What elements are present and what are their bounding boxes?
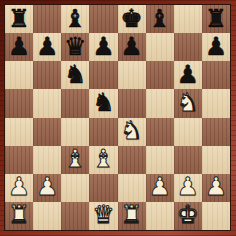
square-c3[interactable]: ♝ <box>61 146 89 174</box>
square-b5[interactable] <box>33 89 61 117</box>
square-h5[interactable] <box>202 89 230 117</box>
square-a2[interactable]: ♟ <box>5 174 33 202</box>
square-d8[interactable] <box>89 5 117 33</box>
square-f6[interactable] <box>146 61 174 89</box>
chess-board: ♜♝♚♝♜♟♟♛♟♟♟♞♟♞♞♞♝♝♟♟♟♟♟♜♛♜♚ <box>4 4 231 231</box>
square-a5[interactable] <box>5 89 33 117</box>
piece-black-knight: ♞ <box>92 90 114 115</box>
square-b7[interactable]: ♟ <box>33 33 61 61</box>
square-c6[interactable]: ♞ <box>61 61 89 89</box>
piece-white-bishop: ♝ <box>92 146 114 171</box>
piece-white-rook: ♜ <box>8 202 30 227</box>
square-c8[interactable]: ♝ <box>61 5 89 33</box>
square-d2[interactable] <box>89 174 117 202</box>
square-a1[interactable]: ♜ <box>5 202 33 230</box>
square-h6[interactable] <box>202 61 230 89</box>
square-c4[interactable] <box>61 118 89 146</box>
square-e1[interactable]: ♜ <box>118 202 146 230</box>
square-g6[interactable]: ♟ <box>174 61 202 89</box>
square-e4[interactable]: ♞ <box>118 118 146 146</box>
square-h2[interactable]: ♟ <box>202 174 230 202</box>
piece-white-pawn: ♟ <box>148 174 170 199</box>
square-h1[interactable] <box>202 202 230 230</box>
square-c1[interactable] <box>61 202 89 230</box>
square-h8[interactable]: ♜ <box>202 5 230 33</box>
piece-white-pawn: ♟ <box>36 174 58 199</box>
square-c7[interactable]: ♛ <box>61 33 89 61</box>
square-d6[interactable] <box>89 61 117 89</box>
square-f5[interactable] <box>146 89 174 117</box>
square-g5[interactable]: ♞ <box>174 89 202 117</box>
piece-white-knight: ♞ <box>177 90 199 115</box>
square-e5[interactable] <box>118 89 146 117</box>
square-b8[interactable] <box>33 5 61 33</box>
square-f4[interactable] <box>146 118 174 146</box>
piece-black-queen: ♛ <box>64 34 86 59</box>
square-g3[interactable] <box>174 146 202 174</box>
piece-black-pawn: ♟ <box>8 34 30 59</box>
piece-black-knight: ♞ <box>64 62 86 87</box>
square-e7[interactable]: ♟ <box>118 33 146 61</box>
piece-white-king: ♚ <box>177 202 199 227</box>
square-f8[interactable]: ♝ <box>146 5 174 33</box>
board-frame: ♜♝♚♝♜♟♟♛♟♟♟♞♟♞♞♞♝♝♟♟♟♟♟♜♛♜♚ <box>0 0 236 236</box>
square-a3[interactable] <box>5 146 33 174</box>
piece-black-rook: ♜ <box>8 6 30 31</box>
piece-black-bishop: ♝ <box>64 6 86 31</box>
square-b1[interactable] <box>33 202 61 230</box>
square-h3[interactable] <box>202 146 230 174</box>
piece-black-rook: ♜ <box>205 6 227 31</box>
square-d4[interactable] <box>89 118 117 146</box>
square-g2[interactable]: ♟ <box>174 174 202 202</box>
square-g8[interactable] <box>174 5 202 33</box>
square-b6[interactable] <box>33 61 61 89</box>
piece-black-pawn: ♟ <box>177 62 199 87</box>
piece-black-pawn: ♟ <box>36 34 58 59</box>
square-d1[interactable]: ♛ <box>89 202 117 230</box>
square-g4[interactable] <box>174 118 202 146</box>
piece-black-king: ♚ <box>120 6 142 31</box>
square-e3[interactable] <box>118 146 146 174</box>
square-g7[interactable] <box>174 33 202 61</box>
piece-white-queen: ♛ <box>92 202 114 227</box>
square-f3[interactable] <box>146 146 174 174</box>
square-c2[interactable] <box>61 174 89 202</box>
square-a8[interactable]: ♜ <box>5 5 33 33</box>
square-d5[interactable]: ♞ <box>89 89 117 117</box>
square-e8[interactable]: ♚ <box>118 5 146 33</box>
square-h4[interactable] <box>202 118 230 146</box>
piece-black-bishop: ♝ <box>148 6 170 31</box>
square-c5[interactable] <box>61 89 89 117</box>
square-d3[interactable]: ♝ <box>89 146 117 174</box>
piece-black-pawn: ♟ <box>92 34 114 59</box>
piece-white-pawn: ♟ <box>8 174 30 199</box>
square-g1[interactable]: ♚ <box>174 202 202 230</box>
square-f1[interactable] <box>146 202 174 230</box>
square-e2[interactable] <box>118 174 146 202</box>
square-a7[interactable]: ♟ <box>5 33 33 61</box>
square-f2[interactable]: ♟ <box>146 174 174 202</box>
square-b3[interactable] <box>33 146 61 174</box>
piece-black-pawn: ♟ <box>205 34 227 59</box>
piece-white-rook: ♜ <box>120 202 142 227</box>
piece-black-pawn: ♟ <box>120 34 142 59</box>
square-d7[interactable]: ♟ <box>89 33 117 61</box>
square-f7[interactable] <box>146 33 174 61</box>
piece-white-knight: ♞ <box>120 118 142 143</box>
piece-white-pawn: ♟ <box>177 174 199 199</box>
square-a4[interactable] <box>5 118 33 146</box>
piece-white-pawn: ♟ <box>205 174 227 199</box>
piece-white-bishop: ♝ <box>64 146 86 171</box>
square-a6[interactable] <box>5 61 33 89</box>
square-b2[interactable]: ♟ <box>33 174 61 202</box>
square-b4[interactable] <box>33 118 61 146</box>
square-h7[interactable]: ♟ <box>202 33 230 61</box>
square-e6[interactable] <box>118 61 146 89</box>
